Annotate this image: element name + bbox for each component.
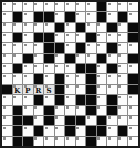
cell-r14c11[interactable] xyxy=(107,137,117,146)
cell-r6c1[interactable] xyxy=(2,54,12,63)
black-cell-r6c10 xyxy=(97,54,107,63)
cell-r7c12[interactable] xyxy=(118,64,128,73)
black-cell-r5c11 xyxy=(107,43,117,52)
cell-r12c12[interactable] xyxy=(118,116,128,125)
cell-r7c6[interactable] xyxy=(55,64,65,73)
black-cell-r4c5 xyxy=(44,33,54,42)
black-cell-r14c3 xyxy=(23,137,33,146)
cell-r5c2[interactable] xyxy=(13,43,23,52)
given-letter-cell-r9c5[interactable]: S xyxy=(44,85,54,94)
cell-r3c12[interactable] xyxy=(118,23,128,32)
black-cell-r12c8 xyxy=(76,116,86,125)
cell-r9c10[interactable] xyxy=(97,85,107,94)
cell-r7c1[interactable] xyxy=(2,64,12,73)
black-cell-r11c2 xyxy=(13,106,23,115)
black-cell-r1c10 xyxy=(97,2,107,11)
cell-r10c3[interactable] xyxy=(23,95,33,104)
cell-r2c1[interactable] xyxy=(2,12,12,21)
cell-r8c2[interactable] xyxy=(13,74,23,83)
cell-r4c11[interactable] xyxy=(107,33,117,42)
cell-r14c6[interactable] xyxy=(55,137,65,146)
cell-r13c6[interactable] xyxy=(55,126,65,135)
cell-r1c5[interactable] xyxy=(44,2,54,11)
cell-r13c1[interactable] xyxy=(2,126,12,135)
black-cell-r2c2 xyxy=(13,12,23,21)
cell-r3c2[interactable] xyxy=(13,23,23,32)
cell-r1c6[interactable] xyxy=(55,2,65,11)
cell-r12c6[interactable] xyxy=(55,116,65,125)
black-cell-r10c9 xyxy=(86,95,96,104)
cell-r7c3[interactable] xyxy=(23,64,33,73)
black-cell-r11c9 xyxy=(86,106,96,115)
cell-r4c3[interactable] xyxy=(23,33,33,42)
cell-r12c11[interactable] xyxy=(107,116,117,125)
cell-r11c12[interactable] xyxy=(118,106,128,115)
cell-r6c4[interactable] xyxy=(34,54,44,63)
cell-r2c13[interactable] xyxy=(128,12,138,21)
cell-r3c5[interactable] xyxy=(44,23,54,32)
black-cell-r3c8 xyxy=(76,23,86,32)
cell-r9c11[interactable] xyxy=(107,85,117,94)
black-cell-r9c9 xyxy=(86,85,96,94)
black-cell-r7c8 xyxy=(76,64,86,73)
cell-r1c9[interactable] xyxy=(86,2,96,11)
black-cell-r11c5 xyxy=(44,106,54,115)
cell-r7c10[interactable] xyxy=(97,64,107,73)
black-cell-r6c13 xyxy=(128,54,138,63)
given-letter: K xyxy=(14,87,20,94)
cell-r8c3[interactable] xyxy=(23,74,33,83)
cell-r3c1[interactable] xyxy=(2,23,12,32)
cell-r5c12[interactable] xyxy=(118,43,128,52)
black-cell-r8c9 xyxy=(86,74,96,83)
black-cell-r7c9 xyxy=(86,64,96,73)
cell-r13c11[interactable] xyxy=(107,126,117,135)
black-cell-r13c12 xyxy=(118,126,128,135)
cell-r6c12[interactable] xyxy=(118,54,128,63)
black-cell-r13c10 xyxy=(97,126,107,135)
codeword-puzzle-screenshot: KPRS xyxy=(0,0,140,148)
black-cell-r2c12 xyxy=(118,12,128,21)
cell-r10c5[interactable] xyxy=(44,95,54,104)
given-letter-cell-r9c3[interactable]: P xyxy=(23,85,33,94)
black-cell-r9c1 xyxy=(2,85,12,94)
cell-r2c8[interactable] xyxy=(76,12,86,21)
cell-r10c13[interactable] xyxy=(128,95,138,104)
black-cell-r5c6 xyxy=(55,43,65,52)
black-cell-r13c7 xyxy=(65,126,75,135)
black-cell-r10c6 xyxy=(55,95,65,104)
cell-r6c11[interactable] xyxy=(107,54,117,63)
cell-r14c10[interactable] xyxy=(97,137,107,146)
given-letter-cell-r9c4[interactable]: R xyxy=(34,85,44,94)
given-letter-cell-r9c2[interactable]: K xyxy=(13,85,23,94)
cell-r10c12[interactable] xyxy=(118,95,128,104)
given-letter: R xyxy=(35,87,41,94)
cell-r5c1[interactable] xyxy=(2,43,12,52)
cell-r12c1[interactable] xyxy=(2,116,12,125)
black-cell-r5c8 xyxy=(76,43,86,52)
black-cell-r13c2 xyxy=(13,126,23,135)
cell-r9c7[interactable] xyxy=(65,85,75,94)
black-cell-r13c4 xyxy=(34,126,44,135)
cell-r6c9[interactable] xyxy=(86,54,96,63)
cell-r8c12[interactable] xyxy=(118,74,128,83)
black-cell-r3c13 xyxy=(128,23,138,32)
cell-r11c8[interactable] xyxy=(76,106,86,115)
black-cell-r3c6 xyxy=(55,23,65,32)
black-cell-r4c9 xyxy=(86,33,96,42)
cell-r4c12[interactable] xyxy=(118,33,128,42)
cell-r3c7[interactable] xyxy=(65,23,75,32)
black-cell-r4c2 xyxy=(13,33,23,42)
cell-r14c1[interactable] xyxy=(2,137,12,146)
cell-r11c13[interactable] xyxy=(128,106,138,115)
cell-r8c5[interactable] xyxy=(44,74,54,83)
cell-r4c1[interactable] xyxy=(2,33,12,42)
black-cell-r7c2 xyxy=(13,64,23,73)
black-cell-r8c6 xyxy=(55,74,65,83)
black-cell-r13c9 xyxy=(86,126,96,135)
black-cell-r9c6 xyxy=(55,85,65,94)
cell-r6c6[interactable] xyxy=(55,54,65,63)
cell-r2c11[interactable] xyxy=(107,12,117,21)
cell-r13c13[interactable] xyxy=(128,126,138,135)
cell-r14c12[interactable] xyxy=(118,137,128,146)
cell-r6c8[interactable] xyxy=(76,54,86,63)
black-cell-r12c10 xyxy=(97,116,107,125)
cell-r12c9[interactable] xyxy=(86,116,96,125)
cell-r11c10[interactable] xyxy=(97,106,107,115)
cell-r1c11[interactable] xyxy=(107,2,117,11)
black-cell-r10c8 xyxy=(76,95,86,104)
cell-r1c7[interactable] xyxy=(65,2,75,11)
black-cell-r7c11 xyxy=(107,64,117,73)
black-cell-r6c7 xyxy=(65,54,75,63)
black-cell-r12c7 xyxy=(65,116,75,125)
cell-r3c3[interactable] xyxy=(23,23,33,32)
black-cell-r10c4 xyxy=(34,95,44,104)
black-cell-r12c3 xyxy=(23,116,33,125)
black-cell-r8c4 xyxy=(34,74,44,83)
black-cell-r14c9 xyxy=(86,137,96,146)
cell-r9c12[interactable] xyxy=(118,85,128,94)
cell-r11c6[interactable] xyxy=(55,106,65,115)
cell-r4c10[interactable] xyxy=(97,33,107,42)
cell-r2c9[interactable] xyxy=(86,12,96,21)
cell-r10c1[interactable] xyxy=(2,95,12,104)
black-cell-r4c4 xyxy=(34,33,44,42)
black-cell-r2c7 xyxy=(65,12,75,21)
cell-r3c10[interactable] xyxy=(97,23,107,32)
cell-r4c6[interactable] xyxy=(55,33,65,42)
black-cell-r2c4 xyxy=(34,12,44,21)
cell-r1c4[interactable] xyxy=(34,2,44,11)
cell-r8c11[interactable] xyxy=(107,74,117,83)
cell-r3c9[interactable] xyxy=(86,23,96,32)
cell-r2c6[interactable] xyxy=(55,12,65,21)
cell-r13c8[interactable] xyxy=(76,126,86,135)
cell-r14c13[interactable] xyxy=(128,137,138,146)
cell-r11c7[interactable] xyxy=(65,106,75,115)
cell-r1c1[interactable] xyxy=(2,2,12,11)
cell-r1c8[interactable] xyxy=(76,2,86,11)
cell-r8c10[interactable] xyxy=(97,74,107,83)
cell-r11c1[interactable] xyxy=(2,106,12,115)
cell-r14c5[interactable] xyxy=(44,137,54,146)
cell-r8c1[interactable] xyxy=(2,74,12,83)
cell-r5c3[interactable] xyxy=(23,43,33,52)
black-cell-r6c5 xyxy=(44,54,54,63)
cell-r11c3[interactable] xyxy=(23,106,33,115)
cell-r4c8[interactable] xyxy=(76,33,86,42)
black-cell-r12c2 xyxy=(13,116,23,125)
cell-r10c7[interactable] xyxy=(65,95,75,104)
cell-r12c4[interactable] xyxy=(34,116,44,125)
black-cell-r11c11 xyxy=(107,106,117,115)
cell-r13c3[interactable] xyxy=(23,126,33,135)
black-cell-r2c5 xyxy=(44,12,54,21)
black-cell-r2c10 xyxy=(97,12,107,21)
cell-r2c3[interactable] xyxy=(23,12,33,21)
cell-r10c10[interactable] xyxy=(97,95,107,104)
black-cell-r6c3 xyxy=(23,54,33,63)
cell-r5c13[interactable] xyxy=(128,43,138,52)
cell-r5c7[interactable] xyxy=(65,43,75,52)
cell-r8c7[interactable] xyxy=(65,74,75,83)
cell-r4c7[interactable] xyxy=(65,33,75,42)
given-letter: S xyxy=(46,87,51,94)
cell-r3c4[interactable] xyxy=(34,23,44,32)
black-cell-r9c13 xyxy=(128,85,138,94)
cell-r7c13[interactable] xyxy=(128,64,138,73)
cell-r14c8[interactable] xyxy=(76,137,86,146)
cell-r8c8[interactable] xyxy=(76,74,86,83)
given-letter: P xyxy=(25,87,30,94)
cell-r5c10[interactable] xyxy=(97,43,107,52)
cell-r14c4[interactable] xyxy=(34,137,44,146)
black-cell-r14c2 xyxy=(13,137,23,146)
black-cell-r4c13 xyxy=(128,33,138,42)
black-cell-r8c13 xyxy=(128,74,138,83)
cell-r7c5[interactable] xyxy=(44,64,54,73)
cell-r1c2[interactable] xyxy=(13,2,23,11)
cell-r7c7[interactable] xyxy=(65,64,75,73)
black-cell-r5c5 xyxy=(44,43,54,52)
cell-r10c2[interactable] xyxy=(13,95,23,104)
cell-r5c9[interactable] xyxy=(86,43,96,52)
cell-r1c3[interactable] xyxy=(23,2,33,11)
black-cell-r3c11 xyxy=(107,23,117,32)
cell-r11c4[interactable] xyxy=(34,106,44,115)
black-cell-r10c11 xyxy=(107,95,117,104)
cell-r7c4[interactable] xyxy=(34,64,44,73)
cell-r1c12[interactable] xyxy=(118,2,128,11)
cell-r5c4[interactable] xyxy=(34,43,44,52)
cell-r1c13[interactable] xyxy=(128,2,138,11)
codeword-board: KPRS xyxy=(0,0,140,148)
black-cell-r12c5 xyxy=(44,116,54,125)
cell-r13c5[interactable] xyxy=(44,126,54,135)
cell-r9c8[interactable] xyxy=(76,85,86,94)
cell-r6c2[interactable] xyxy=(13,54,23,63)
cell-r12c13[interactable] xyxy=(128,116,138,125)
cell-r14c7[interactable] xyxy=(65,137,75,146)
